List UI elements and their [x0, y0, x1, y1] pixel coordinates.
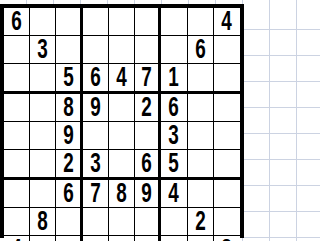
- sudoku-cell-r5c9[interactable]: [214, 122, 240, 150]
- sudoku-cell-r5c6[interactable]: [135, 122, 161, 150]
- cell-digit: 3: [38, 36, 49, 63]
- sudoku-cell-r6c7[interactable]: 5: [161, 150, 187, 180]
- sudoku-cell-r9c5[interactable]: [109, 236, 135, 241]
- sudoku-cell-r9c3[interactable]: [56, 236, 82, 241]
- sudoku-cell-r9c7[interactable]: [161, 236, 187, 241]
- sudoku-cell-r2c4[interactable]: [83, 36, 109, 64]
- sudoku-cell-r9c2[interactable]: [30, 236, 56, 241]
- sudoku-cell-r3c5[interactable]: 4: [109, 64, 135, 94]
- sudoku-cell-r2c2[interactable]: 3: [30, 36, 56, 64]
- sudoku-cell-r5c8[interactable]: [188, 122, 214, 150]
- cell-digit: 4: [11, 236, 22, 241]
- sudoku-cell-r6c2[interactable]: [30, 150, 56, 180]
- sudoku-cell-r5c3[interactable]: 9: [56, 122, 82, 150]
- sudoku-cell-r4c1[interactable]: [4, 94, 30, 122]
- sudoku-cell-r3c2[interactable]: [30, 64, 56, 94]
- sudoku-cell-r1c9[interactable]: 4: [214, 8, 240, 36]
- sudoku-cell-r9c8[interactable]: [188, 236, 214, 241]
- cell-digit: 5: [63, 64, 74, 91]
- sudoku-cell-r9c6[interactable]: [135, 236, 161, 241]
- sudoku-cell-r1c5[interactable]: [109, 8, 135, 36]
- sudoku-cell-r7c4[interactable]: 7: [83, 180, 109, 208]
- sudoku-cell-r1c4[interactable]: [83, 8, 109, 36]
- cell-digit: 4: [222, 8, 233, 35]
- cell-digit: 3: [169, 122, 180, 149]
- sudoku-cell-r6c9[interactable]: [214, 150, 240, 180]
- sudoku-cell-r8c8[interactable]: 2: [188, 208, 214, 236]
- sudoku-cell-r3c8[interactable]: [188, 64, 214, 94]
- sudoku-cell-r6c8[interactable]: [188, 150, 214, 180]
- sudoku-cell-r8c7[interactable]: [161, 208, 187, 236]
- sudoku-cell-r2c3[interactable]: [56, 36, 82, 64]
- sudoku-cell-r2c6[interactable]: [135, 36, 161, 64]
- sudoku-cell-r4c5[interactable]: [109, 94, 135, 122]
- sudoku-cell-r3c9[interactable]: [214, 64, 240, 94]
- sudoku-cell-r9c4[interactable]: [83, 236, 109, 241]
- sudoku-cell-r1c3[interactable]: [56, 8, 82, 36]
- cell-digit: 6: [90, 64, 101, 91]
- sudoku-cell-r1c8[interactable]: [188, 8, 214, 36]
- sudoku-cell-r7c8[interactable]: [188, 180, 214, 208]
- sudoku-cell-r6c5[interactable]: [109, 150, 135, 180]
- sudoku-cell-r2c5[interactable]: [109, 36, 135, 64]
- sudoku-cell-r2c7[interactable]: [161, 36, 187, 64]
- cell-digit: 2: [63, 150, 74, 177]
- sudoku-cell-r1c7[interactable]: [161, 8, 187, 36]
- cell-digit: 6: [195, 36, 206, 63]
- sudoku-cell-r4c3[interactable]: 8: [56, 94, 82, 122]
- cell-digit: 6: [11, 8, 22, 35]
- cell-digit: 8: [63, 94, 74, 121]
- sudoku-cell-r7c7[interactable]: 4: [161, 180, 187, 208]
- cell-digit: 3: [90, 150, 101, 177]
- sudoku-cell-r8c2[interactable]: 8: [30, 208, 56, 236]
- sudoku-cell-r8c5[interactable]: [109, 208, 135, 236]
- sudoku-cell-r7c2[interactable]: [30, 180, 56, 208]
- cell-digit: 6: [169, 94, 180, 121]
- cell-digit: 5: [169, 150, 180, 177]
- sudoku-cell-r2c1[interactable]: [4, 36, 30, 64]
- cell-digit: 7: [141, 64, 152, 91]
- sudoku-cell-r9c1[interactable]: 4: [4, 236, 30, 241]
- sudoku-cell-r8c3[interactable]: [56, 208, 82, 236]
- cell-digit: 4: [116, 64, 127, 91]
- sudoku-cell-r7c3[interactable]: 6: [56, 180, 82, 208]
- sudoku-cell-r4c8[interactable]: [188, 94, 214, 122]
- sudoku-cell-r8c4[interactable]: [83, 208, 109, 236]
- sudoku-cell-r4c7[interactable]: 6: [161, 94, 187, 122]
- sudoku-cell-r4c9[interactable]: [214, 94, 240, 122]
- cell-digit: 4: [169, 180, 180, 207]
- sudoku-cell-r6c1[interactable]: [4, 150, 30, 180]
- sudoku-cell-r1c6[interactable]: [135, 8, 161, 36]
- sudoku-cell-r7c5[interactable]: 8: [109, 180, 135, 208]
- sudoku-cell-r3c7[interactable]: 1: [161, 64, 187, 94]
- sudoku-cell-r6c3[interactable]: 2: [56, 150, 82, 180]
- cell-digit: 9: [141, 180, 152, 207]
- cell-digit: 2: [141, 94, 152, 121]
- sudoku-cell-r5c2[interactable]: [30, 122, 56, 150]
- sudoku-cell-r7c1[interactable]: [4, 180, 30, 208]
- sudoku-cell-r7c9[interactable]: [214, 180, 240, 208]
- sudoku-board: 6436564718926932365678948248: [0, 4, 244, 238]
- sudoku-cell-r4c2[interactable]: [30, 94, 56, 122]
- sudoku-cell-r9c9[interactable]: 8: [214, 236, 240, 241]
- sudoku-cell-r2c8[interactable]: 6: [188, 36, 214, 64]
- cell-digit: 8: [116, 180, 127, 207]
- sudoku-cell-r5c4[interactable]: [83, 122, 109, 150]
- sudoku-cell-r2c9[interactable]: [214, 36, 240, 64]
- cell-digit: 1: [169, 64, 180, 91]
- cell-digit: 7: [90, 180, 101, 207]
- spreadsheet-background: { "game": "sudoku", "grid_size": "9x9", …: [0, 0, 249, 241]
- sudoku-cell-r5c1[interactable]: [4, 122, 30, 150]
- sudoku-cell-r1c1[interactable]: 6: [4, 8, 30, 36]
- cell-digit: 9: [90, 94, 101, 121]
- cell-digit: 2: [195, 208, 206, 235]
- sudoku-cell-r3c4[interactable]: 6: [83, 64, 109, 94]
- sudoku-cell-r3c6[interactable]: 7: [135, 64, 161, 94]
- sudoku-cell-r1c2[interactable]: [30, 8, 56, 36]
- cell-digit: 8: [38, 208, 49, 235]
- sudoku-cell-r4c4[interactable]: 9: [83, 94, 109, 122]
- cell-digit: 8: [222, 236, 233, 241]
- sudoku-cell-r6c6[interactable]: 6: [135, 150, 161, 180]
- sudoku-cell-r8c1[interactable]: [4, 208, 30, 236]
- sudoku-cell-r8c9[interactable]: [214, 208, 240, 236]
- cell-digit: 6: [141, 150, 152, 177]
- sudoku-cell-r4c6[interactable]: 2: [135, 94, 161, 122]
- sudoku-cell-r5c7[interactable]: 3: [161, 122, 187, 150]
- sudoku-cell-r3c1[interactable]: [4, 64, 30, 94]
- sudoku-cell-r8c6[interactable]: [135, 208, 161, 236]
- cell-digit: 9: [63, 122, 74, 149]
- sudoku-cell-r7c6[interactable]: 9: [135, 180, 161, 208]
- sudoku-cell-r6c4[interactable]: 3: [83, 150, 109, 180]
- cell-digit: 6: [63, 180, 74, 207]
- sudoku-cell-r5c5[interactable]: [109, 122, 135, 150]
- sudoku-cell-r3c3[interactable]: 5: [56, 64, 82, 94]
